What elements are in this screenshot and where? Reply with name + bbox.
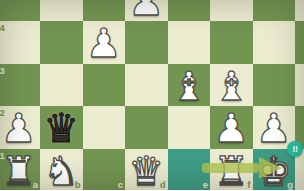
square-f5[interactable]	[210, 0, 253, 21]
square-d2[interactable]	[125, 106, 168, 149]
white-pawn[interactable]: ♟	[125, 0, 168, 22]
chess-board-viewport: ♟4♟3♝♝2♟♛♟♟1a♜b♞cd♛ef♜g♚ !!	[0, 0, 304, 190]
square-c3[interactable]	[83, 64, 126, 107]
square-b1[interactable]: b♞	[40, 149, 83, 191]
square-c1[interactable]: c	[83, 149, 126, 191]
square-c2[interactable]	[83, 106, 126, 149]
square-h4[interactable]	[295, 21, 304, 64]
white-rook[interactable]: ♜	[0, 150, 40, 191]
square-a4[interactable]: 4	[0, 21, 40, 64]
square-g4[interactable]	[253, 21, 296, 64]
square-a3[interactable]: 3	[0, 64, 40, 107]
square-g3[interactable]	[253, 64, 296, 107]
square-b2[interactable]: ♛	[40, 106, 83, 149]
black-queen[interactable]: ♛	[40, 107, 83, 150]
square-f2[interactable]: ♟	[210, 106, 253, 149]
square-h3[interactable]	[295, 64, 304, 107]
square-f4[interactable]	[210, 21, 253, 64]
file-label-c: c	[118, 180, 123, 190]
brilliant-badge-text: !!	[292, 144, 297, 154]
white-queen[interactable]: ♛	[125, 150, 168, 191]
square-b4[interactable]	[40, 21, 83, 64]
file-label-e: e	[203, 180, 208, 190]
square-g5[interactable]	[253, 0, 296, 21]
square-c5[interactable]	[83, 0, 126, 21]
white-bishop[interactable]: ♝	[168, 65, 211, 108]
square-e2[interactable]	[168, 106, 211, 149]
white-pawn[interactable]: ♟	[83, 22, 126, 65]
square-d1[interactable]: d♛	[125, 149, 168, 191]
rank-label-4: 4	[0, 23, 5, 33]
square-a5[interactable]	[0, 0, 40, 21]
move-arrow-shaft	[202, 163, 259, 173]
brilliant-move-badge: !!	[287, 141, 303, 157]
square-f3[interactable]: ♝	[210, 64, 253, 107]
square-d3[interactable]	[125, 64, 168, 107]
rank-label-3: 3	[0, 66, 5, 76]
square-d5[interactable]: ♟	[125, 0, 168, 21]
white-knight[interactable]: ♞	[40, 150, 83, 191]
square-b3[interactable]	[40, 64, 83, 107]
white-pawn[interactable]: ♟	[210, 107, 253, 150]
white-bishop[interactable]: ♝	[210, 65, 253, 108]
move-arrow-head	[259, 157, 282, 179]
square-c4[interactable]: ♟	[83, 21, 126, 64]
square-d4[interactable]	[125, 21, 168, 64]
white-pawn[interactable]: ♟	[0, 107, 40, 150]
square-h5[interactable]	[295, 0, 304, 21]
square-e4[interactable]	[168, 21, 211, 64]
square-a2[interactable]: 2♟	[0, 106, 40, 149]
square-e5[interactable]	[168, 0, 211, 21]
square-b5[interactable]	[40, 0, 83, 21]
square-e3[interactable]: ♝	[168, 64, 211, 107]
square-a1[interactable]: 1a♜	[0, 149, 40, 191]
